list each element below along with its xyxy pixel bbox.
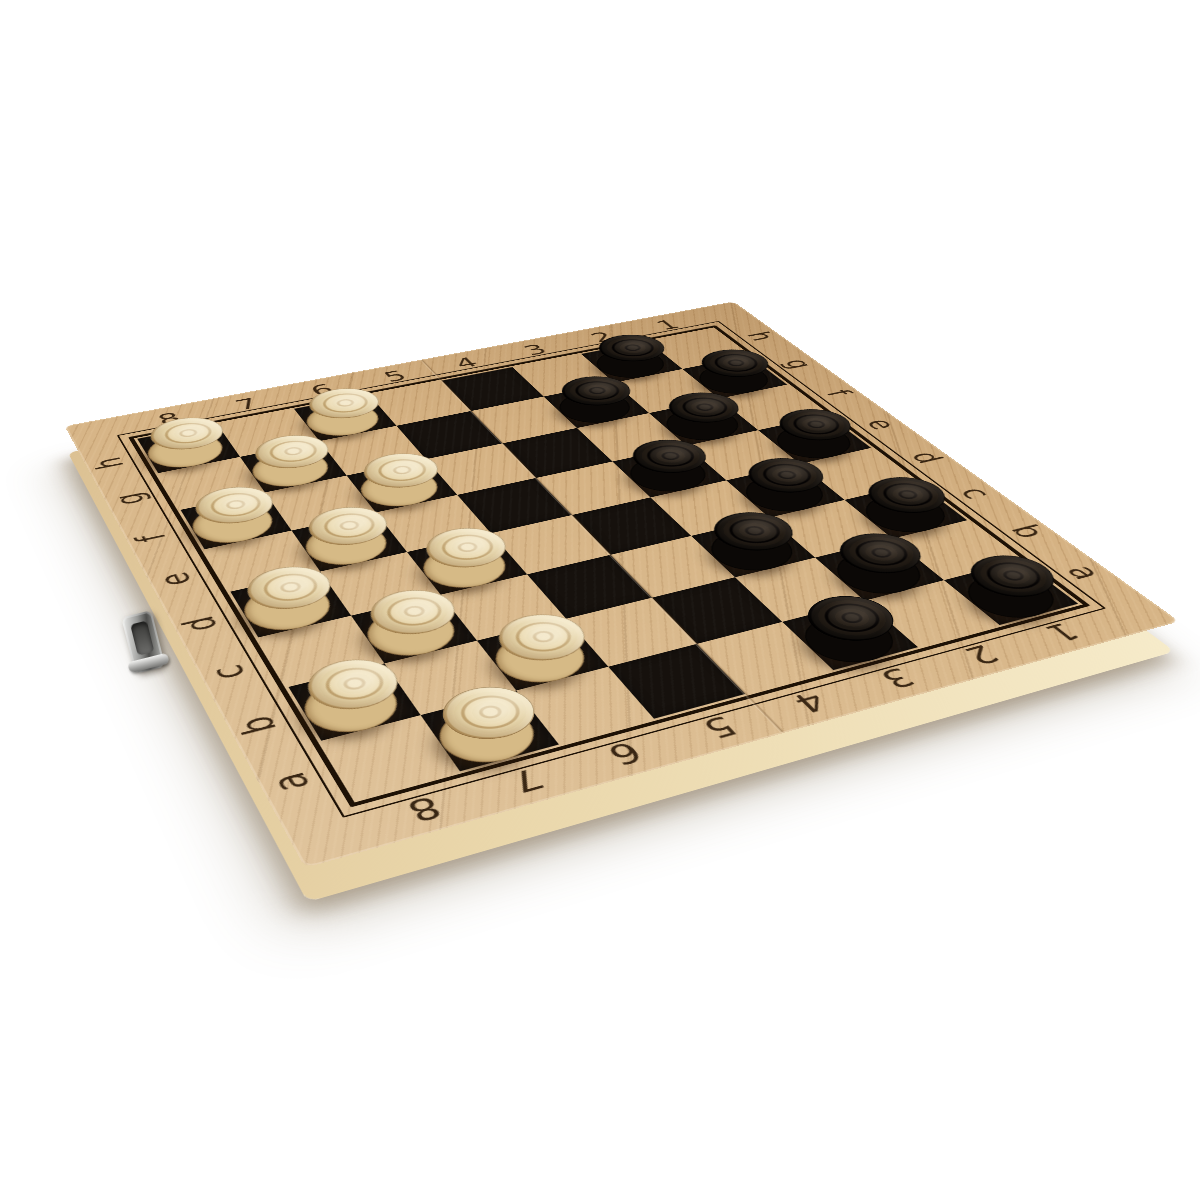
checker-dark-b2[interactable] — [825, 527, 937, 580]
checker-light-h6[interactable] — [300, 384, 389, 424]
checker-light-a7[interactable] — [429, 679, 549, 748]
checker-light-c7[interactable] — [359, 583, 468, 642]
checker-dark-a1[interactable] — [954, 549, 1070, 604]
checker-light-f6[interactable] — [353, 448, 449, 493]
checker-dark-c1[interactable] — [854, 472, 960, 520]
checker-light-g7[interactable] — [246, 430, 338, 474]
checker-dark-e1[interactable] — [766, 404, 864, 446]
checker-light-e7[interactable] — [298, 501, 398, 551]
checker-dark-h2[interactable] — [588, 331, 676, 366]
checker-light-d8[interactable] — [237, 560, 342, 616]
product-photo-stage: hh11gg22ff33ee44dd55cc66bb77aa88 — [0, 0, 1200, 1200]
checker-light-f8[interactable] — [187, 481, 283, 530]
checker-dark-f2[interactable] — [657, 388, 752, 428]
checker-light-b6[interactable] — [485, 607, 599, 668]
game-board: hh11gg22ff33ee44dd55cc66bb77aa88 — [65, 302, 1180, 868]
board-scene: hh11gg22ff33ee44dd55cc66bb77aa88 — [65, 302, 1180, 868]
checker-light-d6[interactable] — [414, 522, 518, 575]
checker-dark-e3[interactable] — [620, 435, 719, 479]
checker-dark-a3[interactable] — [792, 589, 910, 648]
checker-dark-g1[interactable] — [690, 345, 781, 382]
checker-light-h8[interactable] — [143, 413, 232, 455]
checker-dark-d2[interactable] — [735, 453, 837, 499]
